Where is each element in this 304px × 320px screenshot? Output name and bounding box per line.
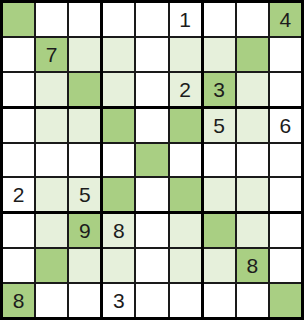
cell-r5-c2[interactable] (36, 144, 67, 177)
cell-r1-c4[interactable] (103, 3, 134, 36)
cell-r6-c9[interactable] (270, 178, 301, 211)
cell-r2-c3[interactable] (69, 38, 100, 71)
cell-r9-c2[interactable] (36, 284, 67, 317)
cell-r9-c3[interactable] (69, 284, 100, 317)
cell-r4-c9[interactable]: 6 (270, 109, 301, 142)
cell-r3-c5[interactable] (136, 73, 167, 106)
box-r2-c2: 8 (204, 214, 301, 317)
cell-r8-c9[interactable] (270, 249, 301, 282)
cell-r1-c5[interactable] (136, 3, 167, 36)
box-r2-c1: 83 (103, 214, 200, 317)
cell-r4-c2[interactable] (36, 109, 67, 142)
cell-r8-c6[interactable] (170, 249, 201, 282)
cell-r3-c1[interactable] (3, 73, 34, 106)
cell-r8-c4[interactable] (103, 249, 134, 282)
cell-r3-c4[interactable] (103, 73, 134, 106)
cell-r8-c8[interactable]: 8 (237, 249, 268, 282)
cell-r2-c7[interactable] (204, 38, 235, 71)
cell-r6-c5[interactable] (136, 178, 167, 211)
cell-r3-c6[interactable]: 2 (170, 73, 201, 106)
cell-r3-c2[interactable] (36, 73, 67, 106)
box-r1-c1 (103, 109, 200, 212)
cell-r2-c9[interactable] (270, 38, 301, 71)
cell-r5-c4[interactable] (103, 144, 134, 177)
cell-r5-c1[interactable] (3, 144, 34, 177)
cell-r9-c8[interactable] (237, 284, 268, 317)
cell-r4-c7[interactable]: 5 (204, 109, 235, 142)
cell-r1-c2[interactable] (36, 3, 67, 36)
cell-r7-c5[interactable] (136, 214, 167, 247)
cell-r2-c5[interactable] (136, 38, 167, 71)
cell-r4-c1[interactable] (3, 109, 34, 142)
cell-r9-c6[interactable] (170, 284, 201, 317)
cell-r3-c9[interactable] (270, 73, 301, 106)
cell-r4-c5[interactable] (136, 109, 167, 142)
cell-r1-c8[interactable] (237, 3, 268, 36)
sudoku-board: 71243255698838 (0, 0, 304, 320)
cell-r3-c8[interactable] (237, 73, 268, 106)
box-r1-c0: 25 (3, 109, 100, 212)
cell-r1-c6[interactable]: 1 (170, 3, 201, 36)
cell-r8-c7[interactable] (204, 249, 235, 282)
cell-r7-c2[interactable] (36, 214, 67, 247)
cell-r6-c4[interactable] (103, 178, 134, 211)
cell-r6-c8[interactable] (237, 178, 268, 211)
cell-r1-c9[interactable]: 4 (270, 3, 301, 36)
box-r2-c0: 98 (3, 214, 100, 317)
cell-r6-c3[interactable]: 5 (69, 178, 100, 211)
cell-r6-c2[interactable] (36, 178, 67, 211)
cell-r5-c5[interactable] (136, 144, 167, 177)
cell-r4-c3[interactable] (69, 109, 100, 142)
cell-r7-c7[interactable] (204, 214, 235, 247)
cell-r5-c6[interactable] (170, 144, 201, 177)
cell-r9-c5[interactable] (136, 284, 167, 317)
cell-r2-c2[interactable]: 7 (36, 38, 67, 71)
cell-r6-c6[interactable] (170, 178, 201, 211)
cell-r4-c6[interactable] (170, 109, 201, 142)
cell-r1-c1[interactable] (3, 3, 34, 36)
cell-r8-c2[interactable] (36, 249, 67, 282)
cell-r2-c8[interactable] (237, 38, 268, 71)
box-r0-c1: 12 (103, 3, 200, 106)
cell-r1-c3[interactable] (69, 3, 100, 36)
cell-r4-c8[interactable] (237, 109, 268, 142)
cell-r6-c1[interactable]: 2 (3, 178, 34, 211)
cell-r5-c3[interactable] (69, 144, 100, 177)
cell-r6-c7[interactable] (204, 178, 235, 211)
cell-r3-c3[interactable] (69, 73, 100, 106)
cell-r3-c7[interactable]: 3 (204, 73, 235, 106)
cell-r8-c3[interactable] (69, 249, 100, 282)
cell-r9-c7[interactable] (204, 284, 235, 317)
cell-r7-c1[interactable] (3, 214, 34, 247)
cell-r8-c5[interactable] (136, 249, 167, 282)
cell-r7-c6[interactable] (170, 214, 201, 247)
cell-r9-c4[interactable]: 3 (103, 284, 134, 317)
cell-r9-c9[interactable] (270, 284, 301, 317)
cell-r7-c8[interactable] (237, 214, 268, 247)
box-r0-c0: 7 (3, 3, 100, 106)
cell-r4-c4[interactable] (103, 109, 134, 142)
cell-r2-c4[interactable] (103, 38, 134, 71)
cell-r5-c7[interactable] (204, 144, 235, 177)
cell-r7-c3[interactable]: 9 (69, 214, 100, 247)
cell-r2-c6[interactable] (170, 38, 201, 71)
cell-r7-c4[interactable]: 8 (103, 214, 134, 247)
cell-r8-c1[interactable] (3, 249, 34, 282)
cell-r9-c1[interactable]: 8 (3, 284, 34, 317)
cell-r5-c9[interactable] (270, 144, 301, 177)
cell-r5-c8[interactable] (237, 144, 268, 177)
cell-r7-c9[interactable] (270, 214, 301, 247)
box-r1-c2: 56 (204, 109, 301, 212)
box-r0-c2: 43 (204, 3, 301, 106)
cell-r1-c7[interactable] (204, 3, 235, 36)
cell-r2-c1[interactable] (3, 38, 34, 71)
